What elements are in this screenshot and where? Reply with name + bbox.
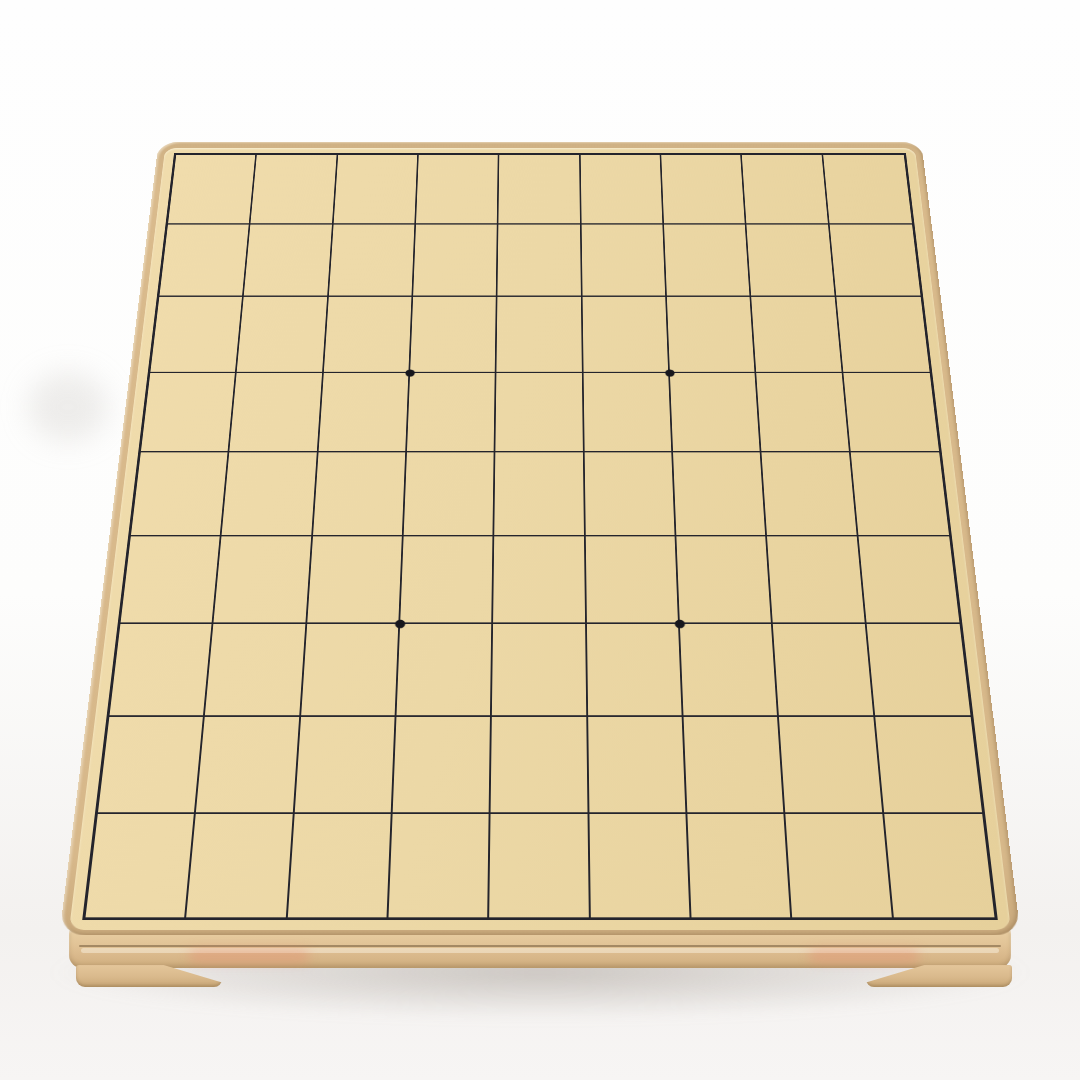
board-cell	[582, 297, 670, 373]
board-cell	[251, 155, 338, 224]
board-cell	[214, 536, 313, 624]
board-cell	[410, 297, 498, 373]
board-cell	[495, 453, 586, 537]
board-cell	[131, 453, 230, 537]
board-cell	[850, 453, 949, 537]
board-cell	[756, 373, 850, 453]
board-cell	[762, 453, 858, 537]
board-cell	[581, 224, 667, 297]
board-cell	[313, 453, 407, 537]
board-cell	[86, 814, 197, 917]
board-cell	[661, 155, 746, 224]
board-cell	[747, 224, 836, 297]
board-cell	[667, 297, 757, 373]
board-cell	[742, 155, 829, 224]
board-cell	[673, 453, 767, 537]
board-cell	[684, 717, 786, 815]
board-cell	[333, 155, 418, 224]
board-cell	[884, 814, 995, 917]
board-cell	[786, 814, 894, 917]
board-cell	[676, 536, 773, 624]
board-cell	[499, 155, 582, 224]
board-cell	[489, 814, 590, 917]
star-point	[665, 369, 675, 376]
board-cell	[230, 373, 324, 453]
board-cell	[823, 155, 912, 224]
board-cell	[493, 536, 586, 624]
board-cell	[687, 814, 792, 917]
board-cell	[664, 224, 751, 297]
board-cell	[670, 373, 762, 453]
board-cell	[393, 717, 493, 815]
background-smudge	[28, 372, 108, 442]
board-cell	[396, 624, 493, 717]
board-cell	[416, 155, 500, 224]
board-cell	[237, 297, 329, 373]
board-cell	[413, 224, 499, 297]
board-cell	[323, 297, 413, 373]
board-cell	[150, 297, 244, 373]
board-cell	[836, 297, 930, 373]
board-cell	[584, 453, 676, 537]
board-surface	[69, 148, 1011, 930]
board-cell	[496, 373, 585, 453]
board-cell	[773, 624, 875, 717]
board-cell	[491, 717, 589, 815]
board-cell	[307, 536, 404, 624]
board-cell	[159, 224, 250, 297]
board-cell	[329, 224, 416, 297]
board-cell	[222, 453, 318, 537]
shogi-board	[69, 148, 1011, 930]
board-cell	[196, 717, 301, 815]
board-cell	[407, 373, 497, 453]
board-cell	[400, 536, 494, 624]
board-cell	[858, 536, 959, 624]
pink-reflection-left	[189, 950, 309, 962]
board-cell	[498, 224, 583, 297]
board-grid	[82, 153, 998, 920]
board-cell	[120, 536, 221, 624]
board-cell	[583, 373, 673, 453]
board-cell	[168, 155, 257, 224]
board-cell	[109, 624, 213, 717]
board-cell	[205, 624, 307, 717]
board-cell	[767, 536, 866, 624]
product-photo	[0, 0, 1080, 1080]
board-cell	[294, 717, 396, 815]
board-cell	[580, 155, 664, 224]
board-cell	[389, 814, 491, 917]
board-cell	[141, 373, 237, 453]
board-cell	[244, 224, 333, 297]
board-cell	[866, 624, 970, 717]
board-cell	[585, 536, 679, 624]
board-cell	[829, 224, 920, 297]
board-cell	[875, 717, 982, 815]
board-cell	[98, 717, 205, 815]
board-cell	[318, 373, 410, 453]
board-cell	[301, 624, 400, 717]
board-cell	[587, 624, 684, 717]
fold-seam	[79, 945, 1001, 947]
board-cell	[779, 717, 884, 815]
board-cell	[492, 624, 588, 717]
board-cell	[589, 814, 691, 917]
board-cell	[497, 297, 584, 373]
board-cell	[680, 624, 779, 717]
pink-reflection-right	[809, 950, 919, 962]
board-cell	[751, 297, 843, 373]
board-cell	[843, 373, 939, 453]
board-cell	[186, 814, 294, 917]
board-cell	[287, 814, 392, 917]
board-cell	[404, 453, 496, 537]
board-cell	[588, 717, 688, 815]
star-point	[675, 620, 685, 628]
